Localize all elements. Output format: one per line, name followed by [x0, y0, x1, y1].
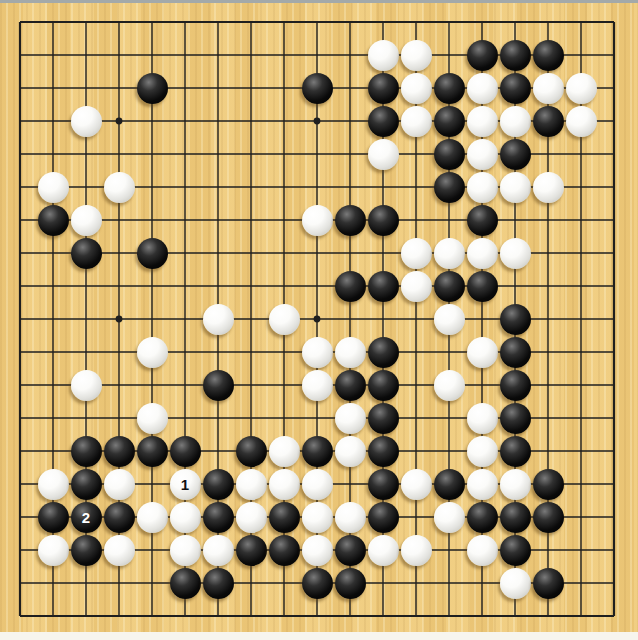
black-stone — [335, 370, 366, 401]
white-stone — [467, 436, 498, 467]
black-stone — [302, 436, 333, 467]
white-stone — [500, 568, 531, 599]
white-stone — [104, 535, 135, 566]
white-stone — [236, 502, 267, 533]
black-stone — [533, 568, 564, 599]
black-stone — [368, 205, 399, 236]
black-stone — [71, 469, 102, 500]
white-stone — [401, 238, 432, 269]
black-stone — [467, 40, 498, 71]
black-stone — [368, 403, 399, 434]
white-stone — [467, 535, 498, 566]
white-stone — [467, 403, 498, 434]
white-stone — [401, 271, 432, 302]
black-stone — [434, 73, 465, 104]
white-stone — [71, 106, 102, 137]
white-stone — [401, 106, 432, 137]
white-stone — [302, 535, 333, 566]
black-stone — [533, 40, 564, 71]
black-stone — [137, 73, 168, 104]
white-stone — [467, 469, 498, 500]
white-stone — [71, 370, 102, 401]
white-stone — [236, 469, 267, 500]
black-stone — [302, 568, 333, 599]
white-stone — [335, 403, 366, 434]
white-stone — [302, 469, 333, 500]
white-stone — [137, 337, 168, 368]
black-stone — [104, 436, 135, 467]
black-stone — [236, 436, 267, 467]
white-stone — [38, 172, 69, 203]
white-stone — [401, 535, 432, 566]
black-stone — [38, 502, 69, 533]
black-stone — [368, 370, 399, 401]
white-stone — [203, 535, 234, 566]
white-stone — [500, 469, 531, 500]
white-stone — [302, 370, 333, 401]
white-stone — [467, 139, 498, 170]
black-stone — [302, 73, 333, 104]
black-stone — [500, 337, 531, 368]
black-stone — [368, 469, 399, 500]
white-stone — [170, 502, 201, 533]
white-stone — [335, 436, 366, 467]
white-stone — [269, 436, 300, 467]
black-stone — [434, 106, 465, 137]
white-stone — [302, 205, 333, 236]
numbered-stone: 2 — [71, 502, 102, 533]
white-stone — [269, 304, 300, 335]
black-stone — [335, 205, 366, 236]
white-stone — [302, 337, 333, 368]
white-stone — [203, 304, 234, 335]
black-stone — [500, 40, 531, 71]
black-stone — [500, 73, 531, 104]
black-stone — [500, 436, 531, 467]
black-stone — [533, 502, 564, 533]
black-stone — [38, 205, 69, 236]
black-stone — [500, 403, 531, 434]
black-stone — [137, 436, 168, 467]
black-stone — [203, 370, 234, 401]
black-stone — [533, 106, 564, 137]
white-stone — [434, 304, 465, 335]
white-stone — [401, 73, 432, 104]
black-stone — [500, 139, 531, 170]
black-stone — [434, 469, 465, 500]
black-stone — [533, 469, 564, 500]
black-stone — [434, 271, 465, 302]
white-stone — [533, 73, 564, 104]
white-stone — [104, 469, 135, 500]
black-stone — [71, 436, 102, 467]
black-stone — [434, 139, 465, 170]
white-stone — [401, 40, 432, 71]
black-stone — [500, 370, 531, 401]
black-stone — [71, 535, 102, 566]
white-stone — [269, 469, 300, 500]
numbered-stone: 1 — [170, 469, 201, 500]
black-stone — [335, 271, 366, 302]
white-stone — [368, 139, 399, 170]
black-stone — [500, 304, 531, 335]
black-stone — [368, 502, 399, 533]
white-stone — [137, 403, 168, 434]
black-stone — [236, 535, 267, 566]
black-stone — [467, 271, 498, 302]
go-board-diagram: 12 — [0, 0, 638, 640]
black-stone — [368, 271, 399, 302]
black-stone — [368, 73, 399, 104]
white-stone — [38, 469, 69, 500]
black-stone — [368, 436, 399, 467]
black-stone — [203, 568, 234, 599]
white-stone — [566, 106, 597, 137]
white-stone — [137, 502, 168, 533]
black-stone — [269, 535, 300, 566]
white-stone — [467, 106, 498, 137]
black-stone — [467, 502, 498, 533]
black-stone — [203, 469, 234, 500]
white-stone — [500, 172, 531, 203]
white-stone — [335, 502, 366, 533]
white-stone — [467, 238, 498, 269]
white-stone — [533, 172, 564, 203]
white-stone — [434, 238, 465, 269]
black-stone — [335, 568, 366, 599]
bottom-frame-bar — [0, 632, 638, 640]
black-stone — [203, 502, 234, 533]
white-stone — [71, 205, 102, 236]
black-stone — [335, 535, 366, 566]
black-stone — [269, 502, 300, 533]
white-stone — [302, 502, 333, 533]
black-stone — [500, 535, 531, 566]
white-stone — [467, 172, 498, 203]
black-stone — [170, 568, 201, 599]
black-stone — [104, 502, 135, 533]
white-stone — [500, 106, 531, 137]
white-stone — [368, 40, 399, 71]
stone-layer[interactable]: 12 — [4, 6, 631, 633]
black-stone — [434, 172, 465, 203]
white-stone — [434, 370, 465, 401]
black-stone — [137, 238, 168, 269]
black-stone — [368, 106, 399, 137]
white-stone — [467, 73, 498, 104]
white-stone — [467, 337, 498, 368]
white-stone — [566, 73, 597, 104]
black-stone — [71, 238, 102, 269]
white-stone — [38, 535, 69, 566]
white-stone — [170, 535, 201, 566]
white-stone — [368, 535, 399, 566]
black-stone — [170, 436, 201, 467]
white-stone — [335, 337, 366, 368]
white-stone — [434, 502, 465, 533]
black-stone — [467, 205, 498, 236]
black-stone — [368, 337, 399, 368]
black-stone — [500, 502, 531, 533]
white-stone — [500, 238, 531, 269]
white-stone — [401, 469, 432, 500]
white-stone — [104, 172, 135, 203]
